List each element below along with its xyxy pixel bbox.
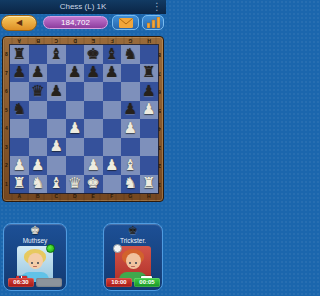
board-square[interactable]: ♛ bbox=[29, 82, 48, 101]
board-square[interactable]: ♟ bbox=[66, 64, 85, 83]
board-square[interactable]: ♞ bbox=[29, 175, 48, 194]
board-square[interactable] bbox=[66, 138, 85, 157]
white-pawn: ♟ bbox=[105, 158, 118, 173]
board-square[interactable] bbox=[103, 101, 122, 120]
board-square[interactable]: ♞ bbox=[10, 101, 29, 120]
white-knight: ♞ bbox=[31, 176, 44, 191]
black-pawn: ♟ bbox=[50, 84, 63, 99]
board-square[interactable] bbox=[10, 119, 29, 138]
coord-label: 3 bbox=[3, 138, 10, 157]
board-square[interactable]: ♜ bbox=[140, 175, 159, 194]
white-pawn: ♟ bbox=[31, 158, 44, 173]
coord-label: 1 bbox=[3, 175, 10, 194]
away-status-dot bbox=[113, 244, 122, 253]
board-square[interactable]: ♞ bbox=[121, 45, 140, 64]
coord-label: D bbox=[66, 37, 85, 45]
board-square[interactable]: ♟ bbox=[47, 138, 66, 157]
black-pawn: ♟ bbox=[31, 65, 44, 80]
white-knight: ♞ bbox=[124, 176, 137, 191]
board-square[interactable]: ♟ bbox=[47, 82, 66, 101]
black-queen: ♛ bbox=[31, 84, 44, 99]
app-title: Chess (L) 1K bbox=[0, 2, 166, 11]
board-square[interactable] bbox=[29, 138, 48, 157]
board-square[interactable]: ♝ bbox=[47, 175, 66, 194]
player-name: Trickster. bbox=[120, 237, 146, 244]
board-square[interactable]: ♛ bbox=[66, 175, 85, 194]
board-square[interactable]: ♟ bbox=[121, 101, 140, 120]
black-pawn: ♟ bbox=[87, 65, 100, 80]
board-square[interactable]: ♟ bbox=[66, 119, 85, 138]
coord-label: 6 bbox=[3, 82, 10, 101]
clock-row: 10:0000:05 bbox=[104, 278, 162, 287]
white-rook: ♜ bbox=[142, 176, 155, 191]
board-square[interactable] bbox=[66, 101, 85, 120]
black-king-icon: ♚ bbox=[128, 225, 138, 237]
board-square[interactable]: ♝ bbox=[121, 156, 140, 175]
coord-label: B bbox=[29, 37, 48, 45]
clock-row: 06:30 bbox=[4, 278, 66, 287]
board: ♜♝♚♝♞♟♟♟♟♟♜♛♟♟♞♟♟♟♟♟♟♟♟♟♝♜♞♝♛♚♞♜ bbox=[10, 45, 158, 193]
board-square[interactable] bbox=[84, 101, 103, 120]
board-square[interactable] bbox=[66, 156, 85, 175]
board-square[interactable] bbox=[121, 138, 140, 157]
board-square[interactable] bbox=[29, 119, 48, 138]
white-pawn: ♟ bbox=[142, 102, 155, 117]
board-square[interactable] bbox=[103, 175, 122, 194]
white-bishop: ♝ bbox=[50, 176, 63, 191]
board-square[interactable]: ♜ bbox=[10, 45, 29, 64]
board-square[interactable]: ♚ bbox=[84, 45, 103, 64]
mail-icon bbox=[119, 18, 133, 28]
white-pawn: ♟ bbox=[87, 158, 100, 173]
coord-label: 4 bbox=[3, 119, 10, 138]
white-king-icon: ♚ bbox=[30, 225, 40, 237]
board-square[interactable] bbox=[103, 119, 122, 138]
white-pawn: ♟ bbox=[124, 121, 137, 136]
stats-button[interactable] bbox=[142, 15, 164, 30]
board-square[interactable]: ♟ bbox=[121, 119, 140, 138]
white-bishop: ♝ bbox=[124, 158, 137, 173]
score-badge[interactable]: 184,702 bbox=[43, 16, 108, 29]
back-button[interactable]: ◀ bbox=[1, 15, 37, 31]
board-square[interactable] bbox=[66, 45, 85, 64]
board-square[interactable]: ♟ bbox=[84, 156, 103, 175]
black-bishop: ♝ bbox=[105, 47, 118, 62]
avatar[interactable] bbox=[17, 246, 53, 282]
coord-label: 7 bbox=[3, 64, 10, 83]
white-queen: ♛ bbox=[68, 176, 81, 191]
black-knight: ♞ bbox=[124, 47, 137, 62]
coord-label: G bbox=[121, 192, 140, 201]
coord-label: A bbox=[10, 192, 29, 201]
board-square[interactable] bbox=[66, 82, 85, 101]
board-square[interactable] bbox=[103, 82, 122, 101]
coords-left: 87654321 bbox=[3, 45, 10, 193]
coord-label: A bbox=[10, 37, 29, 45]
clock: 00:05 bbox=[134, 278, 160, 287]
white-rook: ♜ bbox=[13, 176, 26, 191]
coord-label: E bbox=[84, 37, 103, 45]
board-square[interactable]: ♟ bbox=[103, 64, 122, 83]
black-pawn: ♟ bbox=[142, 84, 155, 99]
board-square[interactable] bbox=[140, 138, 159, 157]
board-square[interactable]: ♟ bbox=[29, 64, 48, 83]
black-rook: ♜ bbox=[142, 65, 155, 80]
player-card-black: ♚ Trickster. 10:0000:05 bbox=[103, 223, 163, 291]
player-name: Muthsey bbox=[23, 237, 48, 244]
clock bbox=[36, 278, 62, 287]
coords-bottom: ABCDEFGH bbox=[10, 192, 158, 201]
board-square[interactable] bbox=[10, 82, 29, 101]
board-square[interactable] bbox=[47, 156, 66, 175]
coords-top: ABCDEFGH bbox=[10, 37, 158, 45]
white-king: ♚ bbox=[87, 176, 100, 191]
avatar[interactable] bbox=[115, 246, 151, 282]
title-bar: Chess (L) 1K ⋮ bbox=[0, 0, 166, 14]
coord-label: C bbox=[47, 192, 66, 201]
mail-button[interactable] bbox=[112, 15, 139, 30]
coord-label: C bbox=[47, 37, 66, 45]
white-pawn: ♟ bbox=[68, 121, 81, 136]
board-square[interactable] bbox=[140, 156, 159, 175]
black-rook: ♜ bbox=[13, 47, 26, 62]
board-square[interactable]: ♚ bbox=[84, 175, 103, 194]
player-card-white: ♚ Muthsey 06:30 bbox=[3, 223, 67, 291]
board-square[interactable] bbox=[29, 101, 48, 120]
board-square[interactable]: ♟ bbox=[10, 64, 29, 83]
board-square[interactable]: ♟ bbox=[29, 156, 48, 175]
board-square[interactable] bbox=[47, 119, 66, 138]
coord-label: E bbox=[84, 192, 103, 201]
back-arrow-icon: ◀ bbox=[16, 19, 22, 27]
board-square[interactable]: ♜ bbox=[10, 175, 29, 194]
board-square[interactable]: ♟ bbox=[103, 156, 122, 175]
coord-label: F bbox=[103, 37, 122, 45]
white-pawn: ♟ bbox=[13, 158, 26, 173]
board-square[interactable] bbox=[84, 138, 103, 157]
coord-label: D bbox=[66, 192, 85, 201]
black-pawn: ♟ bbox=[105, 65, 118, 80]
coord-label: 8 bbox=[3, 45, 10, 64]
coord-label: B bbox=[29, 192, 48, 201]
coord-label: 5 bbox=[3, 101, 10, 120]
black-pawn: ♟ bbox=[68, 65, 81, 80]
clock: 10:00 bbox=[106, 278, 132, 287]
black-bishop: ♝ bbox=[50, 47, 63, 62]
clock: 06:30 bbox=[8, 278, 34, 287]
board-square[interactable] bbox=[47, 64, 66, 83]
board-square[interactable] bbox=[29, 45, 48, 64]
coord-label: 2 bbox=[3, 156, 10, 175]
board-square[interactable] bbox=[121, 64, 140, 83]
white-pawn: ♟ bbox=[50, 139, 63, 154]
board-square[interactable] bbox=[121, 82, 140, 101]
board-square[interactable] bbox=[140, 119, 159, 138]
black-knight: ♞ bbox=[13, 102, 26, 117]
board-square[interactable]: ♟ bbox=[10, 156, 29, 175]
black-pawn: ♟ bbox=[13, 65, 26, 80]
board-square[interactable] bbox=[140, 45, 159, 64]
chess-board-frame: ABCDEFGH ABCDEFGH 87654321 87654321 ♜♝♚♝… bbox=[2, 36, 164, 202]
black-king: ♚ bbox=[87, 47, 100, 62]
board-square[interactable]: ♝ bbox=[103, 45, 122, 64]
board-square[interactable] bbox=[10, 138, 29, 157]
online-status-dot bbox=[46, 244, 55, 253]
board-square[interactable]: ♟ bbox=[84, 64, 103, 83]
coord-label: F bbox=[103, 192, 122, 201]
board-square[interactable]: ♜ bbox=[140, 64, 159, 83]
board-square[interactable] bbox=[103, 138, 122, 157]
board-square[interactable]: ♟ bbox=[140, 82, 159, 101]
board-square[interactable] bbox=[47, 101, 66, 120]
coord-label: H bbox=[140, 37, 159, 45]
black-pawn: ♟ bbox=[124, 102, 137, 117]
board-square[interactable]: ♟ bbox=[140, 101, 159, 120]
board-square[interactable]: ♞ bbox=[121, 175, 140, 194]
board-square[interactable] bbox=[84, 82, 103, 101]
board-square[interactable]: ♝ bbox=[47, 45, 66, 64]
coord-label: G bbox=[121, 37, 140, 45]
board-square[interactable] bbox=[84, 119, 103, 138]
kebab-menu-icon[interactable]: ⋮ bbox=[152, 1, 162, 13]
bar-chart-icon bbox=[147, 17, 160, 28]
